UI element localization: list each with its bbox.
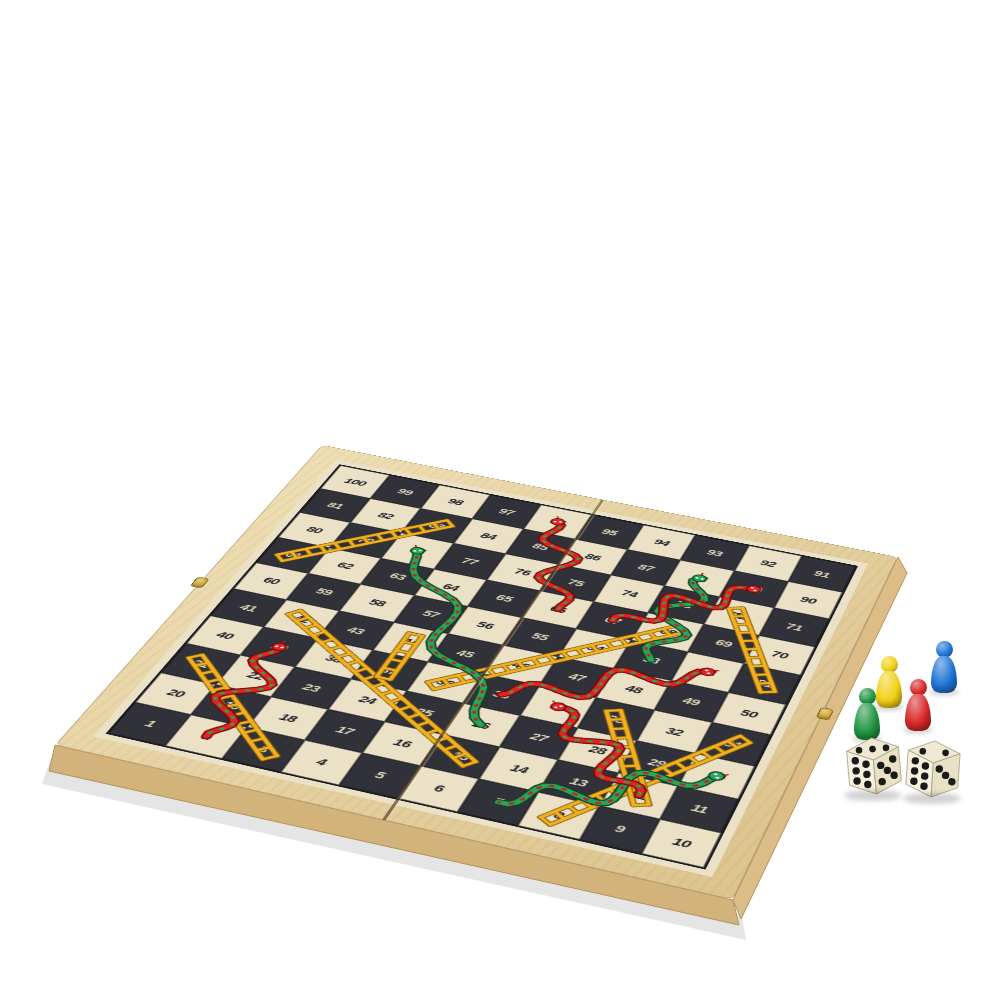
die-shadow (903, 793, 961, 804)
pawn-shadow (903, 726, 933, 734)
pawn-green[interactable] (854, 688, 880, 740)
pawn-shadow (929, 688, 959, 696)
die-shadow (844, 790, 902, 801)
product-photo-scene: 1009998979695949392918182838485868788899… (0, 0, 1000, 1000)
die-right[interactable] (901, 738, 965, 804)
die-left[interactable] (842, 735, 906, 801)
pawn-red[interactable] (905, 679, 931, 731)
pawn-blue[interactable] (931, 641, 957, 693)
